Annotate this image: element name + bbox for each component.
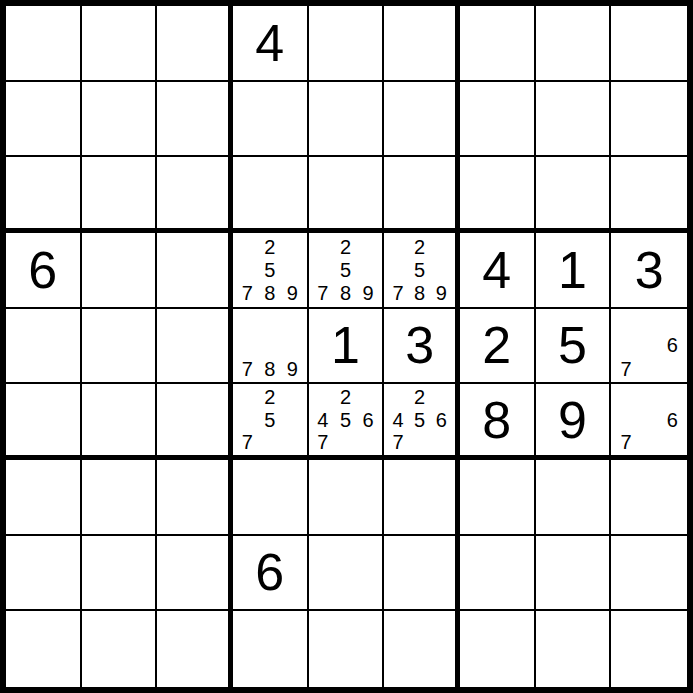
pencil-marks: 257 — [233, 384, 307, 455]
cell-r7c5[interactable] — [309, 460, 385, 536]
pencil-mark-2: 2 — [259, 386, 282, 408]
cell-r1c5[interactable] — [309, 6, 385, 82]
cell-r9c7[interactable] — [460, 611, 536, 687]
cell-r6c8[interactable]: 9 — [536, 384, 612, 460]
cell-r5c7[interactable]: 2 — [460, 309, 536, 385]
cell-r7c6[interactable] — [384, 460, 460, 536]
cell-r3c5[interactable] — [309, 157, 385, 233]
cell-r5c1[interactable] — [6, 309, 82, 385]
pencil-marks: 67 — [611, 384, 687, 455]
pencil-mark-5: 5 — [334, 258, 357, 281]
pencil-mark-8: 8 — [409, 281, 431, 304]
pencil-mark-8: 8 — [334, 281, 357, 304]
pencil-marks: 25789 — [384, 233, 455, 307]
pencil-mark-7: 7 — [614, 431, 637, 453]
cell-r4c3[interactable] — [157, 233, 233, 309]
cell-r4c8[interactable]: 1 — [536, 233, 612, 309]
cell-r8c9[interactable] — [611, 536, 687, 612]
cell-r2c7[interactable] — [460, 82, 536, 158]
cell-value: 6 — [255, 546, 284, 598]
cell-r7c3[interactable] — [157, 460, 233, 536]
pencil-mark-9: 9 — [357, 281, 380, 304]
cell-r1c6[interactable] — [384, 6, 460, 82]
pencil-marks: 24567 — [384, 384, 455, 455]
pencil-mark-7: 7 — [236, 357, 259, 380]
cell-r5c5[interactable]: 1 — [309, 309, 385, 385]
cell-r1c2[interactable] — [82, 6, 158, 82]
pencil-mark-7: 7 — [387, 281, 409, 304]
pencil-mark-6: 6 — [661, 334, 684, 357]
cell-r3c2[interactable] — [82, 157, 158, 233]
cell-r4c4[interactable]: 25789 — [233, 233, 309, 309]
cell-r4c6[interactable]: 25789 — [384, 233, 460, 309]
cell-r2c8[interactable] — [536, 82, 612, 158]
cell-r4c5[interactable]: 25789 — [309, 233, 385, 309]
cell-r7c8[interactable] — [536, 460, 612, 536]
cell-r1c9[interactable] — [611, 6, 687, 82]
cell-r6c3[interactable] — [157, 384, 233, 460]
cell-r9c8[interactable] — [536, 611, 612, 687]
pencil-mark-5: 5 — [334, 409, 357, 431]
pencil-mark-2: 2 — [259, 235, 282, 258]
sudoku-board: 4625789257892578941378913256725724567245… — [0, 0, 693, 693]
cell-r8c5[interactable] — [309, 536, 385, 612]
cell-r3c9[interactable] — [611, 157, 687, 233]
cell-r5c2[interactable] — [82, 309, 158, 385]
pencil-marks: 24567 — [309, 384, 383, 455]
pencil-mark-8: 8 — [259, 281, 282, 304]
cell-r7c1[interactable] — [6, 460, 82, 536]
pencil-mark-7: 7 — [236, 431, 259, 453]
cell-r3c4[interactable] — [233, 157, 309, 233]
cell-r2c6[interactable] — [384, 82, 460, 158]
pencil-mark-2: 2 — [334, 235, 357, 258]
cell-r4c9[interactable]: 3 — [611, 233, 687, 309]
pencil-mark-6: 6 — [661, 409, 684, 431]
cell-r5c4[interactable]: 789 — [233, 309, 309, 385]
cell-r2c1[interactable] — [6, 82, 82, 158]
cell-r1c1[interactable] — [6, 6, 82, 82]
pencil-mark-2: 2 — [409, 235, 431, 258]
cell-r9c3[interactable] — [157, 611, 233, 687]
pencil-mark-7: 7 — [312, 431, 335, 453]
pencil-marks: 67 — [611, 309, 687, 383]
cell-r3c6[interactable] — [384, 157, 460, 233]
cell-r5c9[interactable]: 67 — [611, 309, 687, 385]
cell-r6c9[interactable]: 67 — [611, 384, 687, 460]
cell-r1c3[interactable] — [157, 6, 233, 82]
cell-r7c4[interactable] — [233, 460, 309, 536]
cell-value: 2 — [482, 319, 511, 371]
cell-r8c1[interactable] — [6, 536, 82, 612]
cell-r2c2[interactable] — [82, 82, 158, 158]
cell-value: 3 — [635, 244, 664, 296]
pencil-mark-6: 6 — [357, 409, 380, 431]
cell-value: 3 — [405, 319, 434, 371]
cell-r7c2[interactable] — [82, 460, 158, 536]
pencil-mark-7: 7 — [387, 431, 409, 453]
pencil-mark-5: 5 — [409, 409, 431, 431]
pencil-mark-7: 7 — [312, 281, 335, 304]
cell-r7c7[interactable] — [460, 460, 536, 536]
pencil-mark-5: 5 — [259, 409, 282, 431]
cell-r2c9[interactable] — [611, 82, 687, 158]
cell-r6c7[interactable]: 8 — [460, 384, 536, 460]
cell-r4c1[interactable]: 6 — [6, 233, 82, 309]
pencil-mark-9: 9 — [281, 357, 304, 380]
pencil-mark-2: 2 — [334, 386, 357, 408]
cell-r9c4[interactable] — [233, 611, 309, 687]
cell-r4c7[interactable]: 4 — [460, 233, 536, 309]
pencil-mark-4: 4 — [387, 409, 409, 431]
cell-r1c4[interactable]: 4 — [233, 6, 309, 82]
cell-value: 5 — [558, 319, 587, 371]
cell-r3c1[interactable] — [6, 157, 82, 233]
cell-r8c3[interactable] — [157, 536, 233, 612]
pencil-mark-6: 6 — [430, 409, 452, 431]
pencil-mark-5: 5 — [409, 258, 431, 281]
cell-r5c6[interactable]: 3 — [384, 309, 460, 385]
cell-value: 1 — [558, 244, 587, 296]
cell-value: 4 — [482, 244, 511, 296]
pencil-mark-5: 5 — [259, 258, 282, 281]
cell-value: 8 — [482, 394, 511, 446]
cell-r9c1[interactable] — [6, 611, 82, 687]
cell-r7c9[interactable] — [611, 460, 687, 536]
cell-r9c2[interactable] — [82, 611, 158, 687]
cell-value: 6 — [28, 244, 57, 296]
cell-r6c2[interactable] — [82, 384, 158, 460]
cell-r6c6[interactable]: 24567 — [384, 384, 460, 460]
cell-r9c5[interactable] — [309, 611, 385, 687]
cell-r2c5[interactable] — [309, 82, 385, 158]
pencil-mark-4: 4 — [312, 409, 335, 431]
cell-r6c5[interactable]: 24567 — [309, 384, 385, 460]
cell-r8c7[interactable] — [460, 536, 536, 612]
cell-r9c9[interactable] — [611, 611, 687, 687]
pencil-mark-8: 8 — [259, 357, 282, 380]
pencil-marks: 25789 — [309, 233, 383, 307]
cell-r1c8[interactable] — [536, 6, 612, 82]
cell-r8c4[interactable]: 6 — [233, 536, 309, 612]
cell-r2c3[interactable] — [157, 82, 233, 158]
cell-r8c6[interactable] — [384, 536, 460, 612]
cell-r2c4[interactable] — [233, 82, 309, 158]
pencil-mark-2: 2 — [409, 386, 431, 408]
cell-value: 1 — [331, 319, 360, 371]
cell-r3c8[interactable] — [536, 157, 612, 233]
pencil-mark-9: 9 — [281, 281, 304, 304]
cell-value: 4 — [255, 17, 284, 69]
cell-r3c3[interactable] — [157, 157, 233, 233]
cell-r5c8[interactable]: 5 — [536, 309, 612, 385]
cell-r1c7[interactable] — [460, 6, 536, 82]
cell-r4c2[interactable] — [82, 233, 158, 309]
cell-r5c3[interactable] — [157, 309, 233, 385]
cell-r3c7[interactable] — [460, 157, 536, 233]
cell-r9c6[interactable] — [384, 611, 460, 687]
cell-r6c1[interactable] — [6, 384, 82, 460]
pencil-mark-9: 9 — [430, 281, 452, 304]
pencil-marks: 25789 — [233, 233, 307, 307]
pencil-mark-7: 7 — [236, 281, 259, 304]
cell-r6c4[interactable]: 257 — [233, 384, 309, 460]
cell-value: 9 — [558, 394, 587, 446]
pencil-mark-7: 7 — [614, 357, 637, 380]
cell-r8c8[interactable] — [536, 536, 612, 612]
pencil-marks: 789 — [233, 309, 307, 383]
cell-r8c2[interactable] — [82, 536, 158, 612]
